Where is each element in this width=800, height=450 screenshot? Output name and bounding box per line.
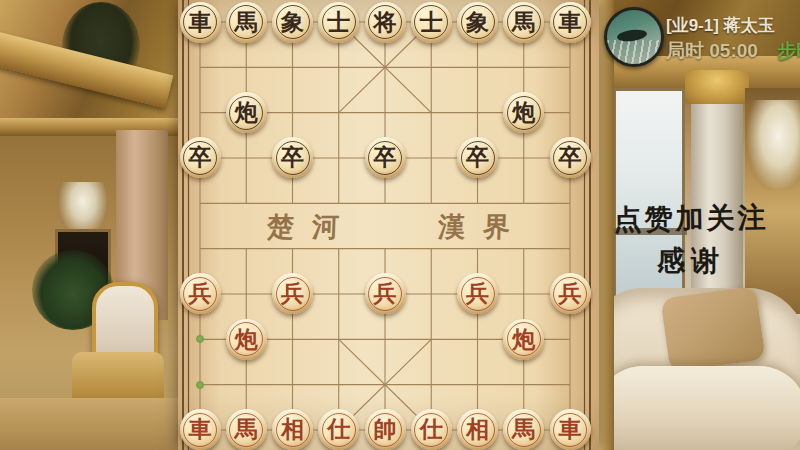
black-advisor-piece[interactable]: 士 [318,2,359,43]
piece-glyph: 象 [272,2,313,43]
red-elephant-piece[interactable]: 相 [457,409,498,450]
crystal-chandelier [747,100,800,190]
player-hud: [业9-1] 蒋太玉 局时 05:00 步时 [600,4,800,64]
red-soldier-piece[interactable]: 兵 [272,273,313,314]
sofa-pillow [660,286,765,373]
piece-glyph: 帥 [365,409,406,450]
xiangqi-stream-screen: 楚河 漢界 車馬象士将士象馬車炮炮卒卒卒卒卒兵兵兵兵兵炮炮車馬相仕帥仕相馬車 [… [0,0,800,450]
piece-glyph: 兵 [457,273,498,314]
piece-glyph: 卒 [180,137,221,178]
player-avatar[interactable] [604,7,664,67]
red-chariot-piece[interactable]: 車 [550,409,591,450]
timer-row: 局时 05:00 步时 [666,38,800,64]
red-general-piece[interactable]: 帥 [365,409,406,450]
piece-glyph: 炮 [503,92,544,133]
piece-glyph: 馬 [503,409,544,450]
red-horse-piece[interactable]: 馬 [503,409,544,450]
river-label-right: 漢界 [403,205,545,249]
piece-glyph: 車 [180,409,221,450]
piece-glyph: 士 [411,2,452,43]
piece-glyph: 仕 [318,409,359,450]
piece-glyph: 卒 [550,137,591,178]
piece-glyph: 炮 [226,319,267,360]
sofa-armrest [599,366,800,450]
black-elephant-piece[interactable]: 象 [272,2,313,43]
piece-glyph: 馬 [503,2,544,43]
piece-glyph: 炮 [226,92,267,133]
red-cannon-piece[interactable]: 炮 [226,319,267,360]
background-left-room [0,0,178,450]
piece-glyph: 相 [457,409,498,450]
piece-glyph: 相 [272,409,313,450]
river-label-left: 楚河 [232,205,374,249]
red-soldier-piece[interactable]: 兵 [457,273,498,314]
red-advisor-piece[interactable]: 仕 [411,409,452,450]
black-soldier-piece[interactable]: 卒 [550,137,591,178]
red-advisor-piece[interactable]: 仕 [318,409,359,450]
black-soldier-piece[interactable]: 卒 [180,137,221,178]
black-horse-piece[interactable]: 馬 [226,2,267,43]
gold-capital [685,70,749,104]
piece-glyph: 車 [550,409,591,450]
red-soldier-piece[interactable]: 兵 [550,273,591,314]
move-hint-marker[interactable] [196,381,204,389]
black-soldier-piece[interactable]: 卒 [272,137,313,178]
red-soldier-piece[interactable]: 兵 [365,273,406,314]
black-cannon-piece[interactable]: 炮 [226,92,267,133]
black-chariot-piece[interactable]: 車 [550,2,591,43]
red-chariot-piece[interactable]: 車 [180,409,221,450]
piece-glyph: 車 [180,2,221,43]
piece-glyph: 兵 [180,273,221,314]
piece-glyph: 将 [365,2,406,43]
black-cannon-piece[interactable]: 炮 [503,92,544,133]
piece-glyph: 卒 [272,137,313,178]
piece-glyph: 馬 [226,409,267,450]
piece-glyph: 兵 [365,273,406,314]
move-time-label: 步时 [777,40,800,61]
stream-caption: 点赞加关注 感谢 [598,200,784,280]
black-soldier-piece[interactable]: 卒 [457,137,498,178]
caption-line-2: 感谢 [598,242,784,280]
black-advisor-piece[interactable]: 士 [411,2,452,43]
game-time-value: 05:00 [709,40,758,61]
chandelier [58,182,108,238]
piece-glyph: 馬 [226,2,267,43]
black-elephant-piece[interactable]: 象 [457,2,498,43]
red-soldier-piece[interactable]: 兵 [180,273,221,314]
game-time-label: 局时 [666,40,704,61]
caption-line-1: 点赞加关注 [598,198,785,239]
piece-glyph: 仕 [411,409,452,450]
marble-floor [0,398,178,450]
red-horse-piece[interactable]: 馬 [226,409,267,450]
black-general-piece[interactable]: 将 [365,2,406,43]
red-elephant-piece[interactable]: 相 [272,409,313,450]
red-cannon-piece[interactable]: 炮 [503,319,544,360]
piece-glyph: 卒 [365,137,406,178]
piece-glyph: 卒 [457,137,498,178]
black-horse-piece[interactable]: 馬 [503,2,544,43]
piece-glyph: 兵 [272,273,313,314]
xiangqi-board[interactable]: 楚河 漢界 車馬象士将士象馬車炮炮卒卒卒卒卒兵兵兵兵兵炮炮車馬相仕帥仕相馬車 [178,0,599,450]
piece-glyph: 象 [457,2,498,43]
piece-glyph: 兵 [550,273,591,314]
player-name: [业9-1] 蒋太玉 [666,14,775,37]
piece-glyph: 車 [550,2,591,43]
piece-glyph: 炮 [503,319,544,360]
black-chariot-piece[interactable]: 車 [180,2,221,43]
piece-glyph: 士 [318,2,359,43]
black-soldier-piece[interactable]: 卒 [365,137,406,178]
